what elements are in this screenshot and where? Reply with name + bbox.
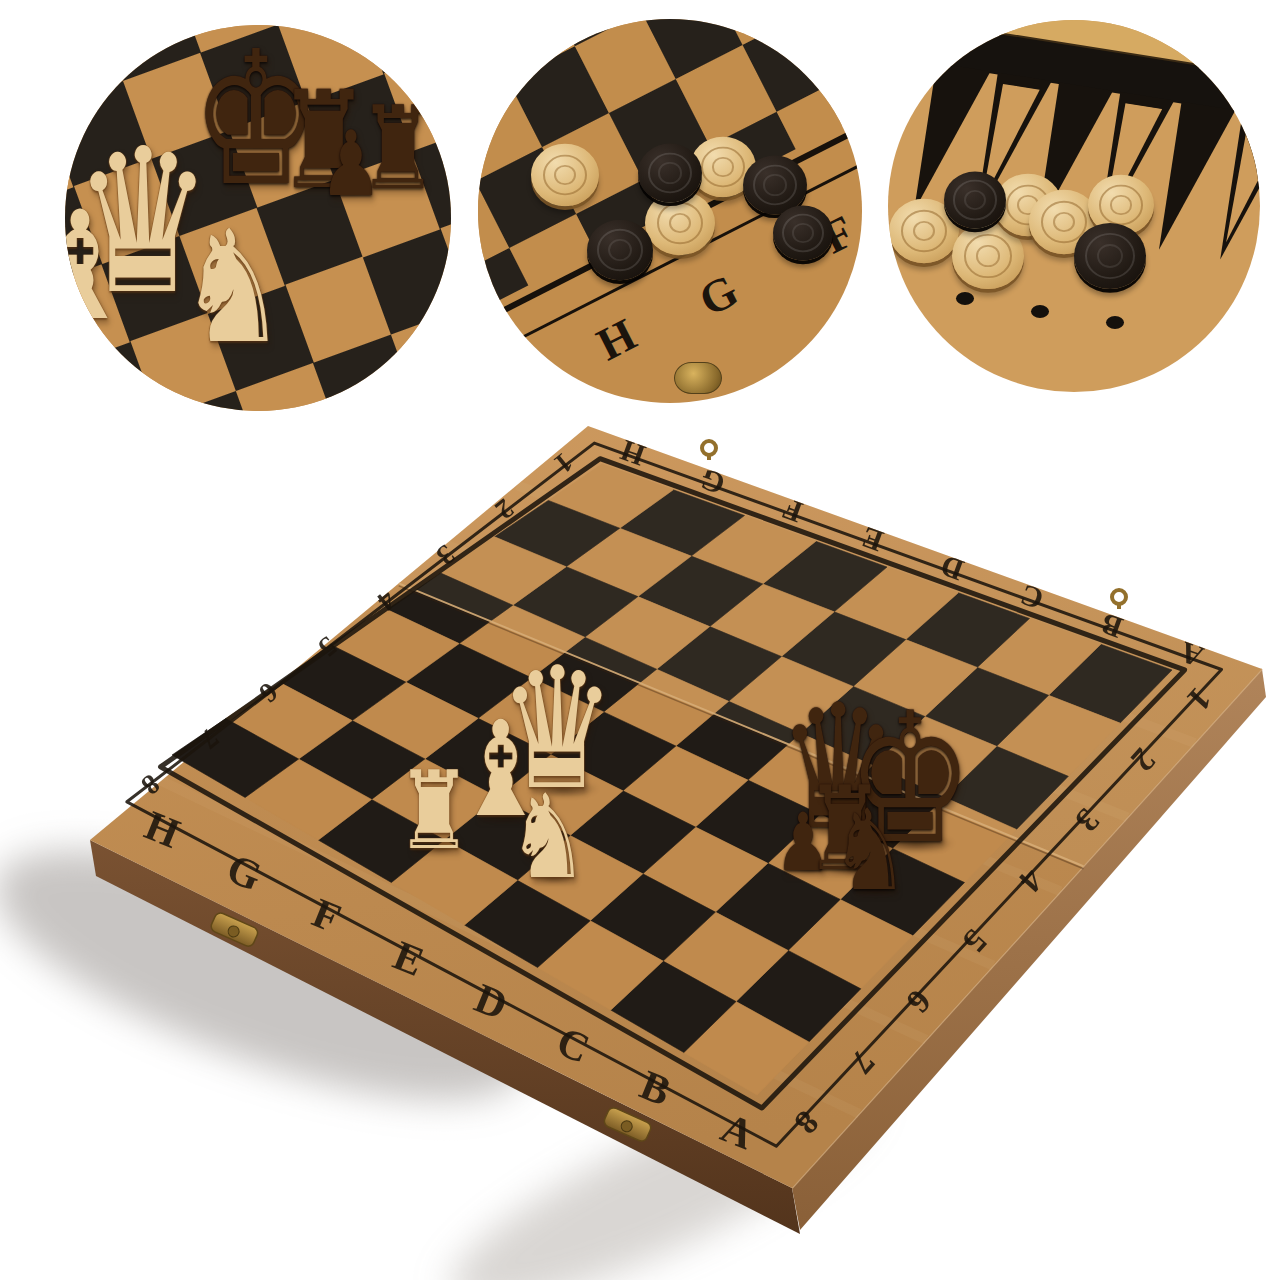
- brass-hanging-ring: [1112, 590, 1126, 604]
- white-knight-on-d7: ♞: [507, 779, 588, 895]
- brass-hinge: [674, 362, 722, 394]
- counting-dot: [1106, 316, 1124, 329]
- dark-checker-disc: [773, 205, 833, 260]
- dark-checker-disc: [638, 144, 702, 203]
- inset-file-letter-G: G: [691, 263, 747, 326]
- white-rook-on-f7: ♜: [396, 757, 472, 865]
- dark-checker-disc: [944, 171, 1006, 228]
- brass-ring-pin: [707, 453, 711, 460]
- black-knight-on-a7: ♞: [831, 794, 909, 906]
- counting-dot: [1031, 305, 1049, 318]
- dark-checker-disc: [1074, 223, 1146, 289]
- inset-photo-backgammon-close-up: [888, 20, 1260, 392]
- dark-checker-disc: [587, 220, 653, 281]
- brass-ring-pin: [1117, 602, 1121, 609]
- inset-chess-piece: ♞: [179, 210, 287, 365]
- inset-photo-chess-pieces-close-up: ♝♛♞♚♜♟♜: [65, 25, 451, 411]
- counting-dot: [956, 292, 974, 305]
- inset-photo-checkers-close-up: HGF: [478, 19, 862, 403]
- brass-hanging-ring: [702, 441, 716, 455]
- light-checker-disc: [531, 144, 599, 207]
- product-photo: HGFEDCBAHGFEDCBA1234567812345678 ♛♝♛♚♜♟♜…: [0, 0, 1280, 1280]
- inset-file-letter-H: H: [588, 308, 644, 371]
